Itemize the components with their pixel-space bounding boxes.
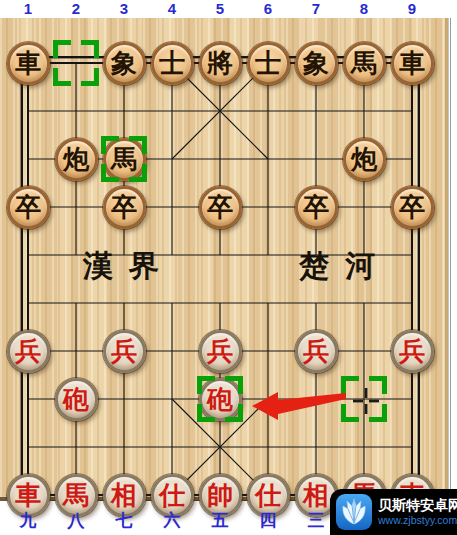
red-piece-兵-c7r7[interactable]: 兵 [295,330,338,373]
file-label-bottom-3: 七 [116,509,133,532]
watermark-site-name: 贝斯特安卓网 [378,498,457,513]
file-label-bottom-2: 八 [68,509,85,532]
file-label-top-3: 3 [120,0,128,17]
black-piece-象-c3r1[interactable]: 象 [103,42,146,85]
xiangqi-app-screen: 123456789 漢界 楚河 車象士將士象馬車炮馬炮卒卒卒卒卒兵兵兵兵兵砲砲車… [0,0,457,535]
file-label-top-9: 9 [408,0,416,17]
file-label-top-6: 6 [264,0,272,17]
black-piece-卒-c1r4[interactable]: 卒 [7,186,50,229]
file-label-bottom-4: 六 [164,509,181,532]
file-label-bottom-7: 三 [308,509,325,532]
black-piece-卒-c9r4[interactable]: 卒 [391,186,434,229]
side-panel-edge [448,18,457,535]
file-label-bottom-1: 九 [20,509,37,532]
file-label-bottom-6: 四 [260,509,277,532]
file-label-top-5: 5 [216,0,224,17]
watermark-url: www.zjbstyy.com [378,515,457,527]
watermark-badge: 贝斯特安卓网 www.zjbstyy.com [330,489,457,535]
file-label-top-1: 1 [24,0,32,17]
red-piece-兵-c1r7[interactable]: 兵 [7,330,50,373]
xiangqi-board[interactable]: 漢界 楚河 車象士將士象馬車炮馬炮卒卒卒卒卒兵兵兵兵兵砲砲車馬相仕帥仕相馬車 [0,18,448,501]
river-label-hanjie: 漢界 [83,243,175,289]
river-label-chuhe: 楚河 [299,243,391,289]
black-piece-士-c6r1[interactable]: 士 [247,42,290,85]
black-piece-車-c1r1[interactable]: 車 [7,42,50,85]
black-piece-士-c4r1[interactable]: 士 [151,42,194,85]
red-piece-砲-c5r8[interactable]: 砲 [199,378,242,421]
file-label-top-4: 4 [168,0,176,17]
red-piece-砲-c2r8[interactable]: 砲 [55,378,98,421]
black-piece-馬-c8r1[interactable]: 馬 [343,42,386,85]
file-label-bottom-5: 五 [212,509,229,532]
black-piece-車-c9r1[interactable]: 車 [391,42,434,85]
red-piece-兵-c5r7[interactable]: 兵 [199,330,242,373]
black-piece-炮-c8r3[interactable]: 炮 [343,138,386,181]
red-piece-兵-c3r7[interactable]: 兵 [103,330,146,373]
black-piece-卒-c5r4[interactable]: 卒 [199,186,242,229]
shell-logo-icon [335,493,373,531]
black-piece-馬-c3r3[interactable]: 馬 [103,138,146,181]
file-label-top-7: 7 [312,0,320,17]
black-piece-炮-c2r3[interactable]: 炮 [55,138,98,181]
file-label-top-8: 8 [360,0,368,17]
file-label-top-2: 2 [72,0,80,17]
red-piece-兵-c9r7[interactable]: 兵 [391,330,434,373]
black-piece-卒-c3r4[interactable]: 卒 [103,186,146,229]
black-piece-象-c7r1[interactable]: 象 [295,42,338,85]
black-piece-將-c5r1[interactable]: 將 [199,42,242,85]
black-piece-卒-c7r4[interactable]: 卒 [295,186,338,229]
